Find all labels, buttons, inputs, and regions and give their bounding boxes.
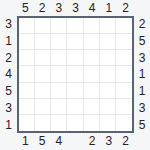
clue-left-6: 3 <box>0 100 17 117</box>
clue-right-4: 1 <box>134 66 150 83</box>
cell-r6c2[interactable] <box>35 99 51 115</box>
cell-r2c1[interactable] <box>19 34 35 50</box>
cell-r1c4[interactable] <box>67 18 83 34</box>
cell-r1c7[interactable] <box>116 18 132 34</box>
cell-r3c5[interactable] <box>84 50 100 66</box>
cell-r5c7[interactable] <box>116 83 132 99</box>
cell-r5c3[interactable] <box>51 83 67 99</box>
clue-left-5: 5 <box>0 83 17 100</box>
cell-r1c5[interactable] <box>84 18 100 34</box>
cell-r7c1[interactable] <box>19 115 35 131</box>
cell-r5c2[interactable] <box>35 83 51 99</box>
clue-bottom-4 <box>67 133 84 150</box>
clue-right-6: 3 <box>134 100 150 117</box>
clue-bottom-2: 5 <box>34 133 51 150</box>
cell-r5c4[interactable] <box>67 83 83 99</box>
cell-r7c5[interactable] <box>84 115 100 131</box>
cell-r2c6[interactable] <box>100 34 116 50</box>
cell-r3c4[interactable] <box>67 50 83 66</box>
clue-bottom-5: 2 <box>84 133 101 150</box>
clue-top-1: 5 <box>17 0 34 16</box>
cell-r2c5[interactable] <box>84 34 100 50</box>
cell-r6c7[interactable] <box>116 99 132 115</box>
cell-r6c5[interactable] <box>84 99 100 115</box>
cell-r3c7[interactable] <box>116 50 132 66</box>
cell-r4c2[interactable] <box>35 66 51 82</box>
cell-r7c2[interactable] <box>35 115 51 131</box>
clue-top-6: 1 <box>101 0 118 16</box>
skyscrapers-puzzle: 5 2 3 3 4 1 2 3 1 2 4 5 3 1 2 5 3 1 1 3 … <box>0 0 150 150</box>
cell-r7c4[interactable] <box>67 115 83 131</box>
clue-right-1: 2 <box>134 16 150 33</box>
cell-r4c5[interactable] <box>84 66 100 82</box>
clue-top-4: 3 <box>67 0 84 16</box>
cell-r2c3[interactable] <box>51 34 67 50</box>
clue-top-3: 3 <box>50 0 67 16</box>
cell-r7c3[interactable] <box>51 115 67 131</box>
clue-bottom-3: 4 <box>50 133 67 150</box>
cell-r1c1[interactable] <box>19 18 35 34</box>
cell-r3c6[interactable] <box>100 50 116 66</box>
clue-left-2: 1 <box>0 33 17 50</box>
clue-right-5: 1 <box>134 83 150 100</box>
clue-left-4: 4 <box>0 66 17 83</box>
cell-r4c1[interactable] <box>19 66 35 82</box>
cell-r5c6[interactable] <box>100 83 116 99</box>
cell-r6c1[interactable] <box>19 99 35 115</box>
clue-bottom-1: 1 <box>17 133 34 150</box>
cell-r4c7[interactable] <box>116 66 132 82</box>
clue-left-1: 3 <box>0 16 17 33</box>
board <box>17 16 134 133</box>
clue-top-5: 4 <box>84 0 101 16</box>
cell-r1c3[interactable] <box>51 18 67 34</box>
cell-r6c3[interactable] <box>51 99 67 115</box>
cell-r2c7[interactable] <box>116 34 132 50</box>
cell-r3c2[interactable] <box>35 50 51 66</box>
cell-r6c6[interactable] <box>100 99 116 115</box>
cell-r1c6[interactable] <box>100 18 116 34</box>
cell-r4c3[interactable] <box>51 66 67 82</box>
cell-r5c5[interactable] <box>84 83 100 99</box>
cell-r7c7[interactable] <box>116 115 132 131</box>
clue-right-3: 3 <box>134 49 150 66</box>
clue-bottom-7: 2 <box>117 133 134 150</box>
clue-left-7: 1 <box>0 116 17 133</box>
clue-top-7: 2 <box>117 0 134 16</box>
cell-r3c1[interactable] <box>19 50 35 66</box>
clue-top-2: 2 <box>34 0 51 16</box>
clue-left-3: 2 <box>0 49 17 66</box>
clue-right-7: 5 <box>134 116 150 133</box>
cell-r6c4[interactable] <box>67 99 83 115</box>
cell-r2c4[interactable] <box>67 34 83 50</box>
cell-r4c6[interactable] <box>100 66 116 82</box>
cell-r2c2[interactable] <box>35 34 51 50</box>
cell-r3c3[interactable] <box>51 50 67 66</box>
clue-bottom-6: 3 <box>101 133 118 150</box>
clue-right-2: 5 <box>134 33 150 50</box>
cell-r1c2[interactable] <box>35 18 51 34</box>
cell-r5c1[interactable] <box>19 83 35 99</box>
cell-r7c6[interactable] <box>100 115 116 131</box>
cell-r4c4[interactable] <box>67 66 83 82</box>
